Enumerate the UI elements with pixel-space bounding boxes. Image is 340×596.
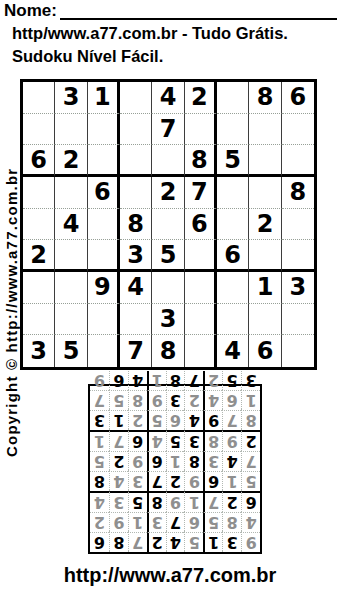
solution-cell: 7 — [147, 471, 166, 491]
sudoku-cell[interactable]: 4 — [217, 335, 249, 367]
solution-cell: 1 — [109, 410, 128, 430]
sudoku-cell[interactable]: 4 — [120, 272, 152, 304]
sudoku-cell[interactable] — [185, 114, 217, 146]
solution-cell: 8 — [109, 532, 128, 552]
solution-cell: 5 — [184, 532, 203, 552]
header: Nome: http/www.a77.com.br - Tudo Grátis.… — [4, 1, 337, 66]
sudoku-cell[interactable] — [88, 114, 120, 146]
solution-cell: 9 — [109, 512, 128, 532]
solution-cell: 5 — [222, 371, 241, 390]
sudoku-cell[interactable] — [55, 114, 87, 146]
sudoku-cell[interactable] — [88, 335, 120, 367]
solution-cell: 1 — [203, 532, 222, 552]
solution-cell: 6 — [166, 410, 185, 430]
sudoku-cell[interactable] — [152, 145, 184, 177]
sudoku-cell[interactable] — [282, 114, 314, 146]
sudoku-cell[interactable]: 1 — [249, 272, 281, 304]
sudoku-cell[interactable]: 8 — [120, 209, 152, 241]
solution-cell: 9 — [222, 430, 241, 451]
sudoku-cell[interactable] — [249, 240, 281, 272]
sudoku-cell[interactable]: 6 — [23, 145, 55, 177]
sudoku-cell[interactable]: 2 — [152, 177, 184, 209]
sudoku-cell[interactable] — [185, 304, 217, 336]
solution-cell: 9 — [184, 471, 203, 491]
sudoku-cell[interactable]: 6 — [282, 82, 314, 114]
sudoku-cell[interactable]: 8 — [249, 82, 281, 114]
sudoku-cell[interactable] — [217, 177, 249, 209]
solution-cell: 6 — [147, 451, 166, 471]
sudoku-cell[interactable] — [23, 114, 55, 146]
sudoku-cell[interactable]: 6 — [88, 177, 120, 209]
sudoku-cell[interactable] — [120, 82, 152, 114]
sudoku-cell[interactable]: 7 — [120, 335, 152, 367]
solution-cell: 4 — [184, 410, 203, 430]
sudoku-cell[interactable] — [249, 145, 281, 177]
sudoku-cell[interactable] — [88, 145, 120, 177]
solution-grid-rotated: 9315427864856731926271985345169273487438… — [88, 384, 262, 554]
sudoku-cell[interactable] — [120, 177, 152, 209]
solution-cell: 9 — [128, 451, 147, 471]
sudoku-cell[interactable]: 3 — [55, 82, 87, 114]
solution-cell: 2 — [241, 430, 260, 451]
sudoku-cell[interactable] — [23, 304, 55, 336]
solution-cell: 7 — [109, 430, 128, 451]
sudoku-cell[interactable] — [217, 272, 249, 304]
solution-cell: 9 — [147, 390, 166, 410]
sudoku-cell[interactable]: 2 — [55, 145, 87, 177]
solution-cell: 3 — [90, 410, 109, 430]
solution-cell: 5 — [203, 512, 222, 532]
sudoku-cell[interactable]: 3 — [152, 304, 184, 336]
sudoku-cell[interactable] — [23, 177, 55, 209]
sudoku-cell[interactable] — [88, 304, 120, 336]
solution-cell: 6 — [128, 430, 147, 451]
solution-cell: 1 — [128, 512, 147, 532]
solution-cell: 7 — [241, 451, 260, 471]
sudoku-cell[interactable] — [217, 114, 249, 146]
sudoku-cell[interactable]: 3 — [282, 272, 314, 304]
solution-cell: 6 — [90, 532, 109, 552]
solution-cell: 2 — [90, 512, 109, 532]
solution-cell: 7 — [128, 532, 147, 552]
solution-cell: 7 — [166, 512, 185, 532]
sudoku-cell[interactable] — [249, 177, 281, 209]
sudoku-cell[interactable] — [120, 304, 152, 336]
solution-cell: 4 — [109, 471, 128, 491]
solution-cell: 3 — [128, 471, 147, 491]
sudoku-cell[interactable]: 4 — [152, 82, 184, 114]
sudoku-cell[interactable] — [152, 272, 184, 304]
solution-cell: 4 — [203, 390, 222, 410]
solution-cell: 8 — [222, 512, 241, 532]
solution-cell: 7 — [222, 410, 241, 430]
solution-cell: 4 — [166, 532, 185, 552]
solution-cell: 8 — [147, 491, 166, 512]
sudoku-cell[interactable] — [88, 240, 120, 272]
solution-cell: 4 — [147, 430, 166, 451]
sudoku-cell[interactable] — [217, 304, 249, 336]
sudoku-cell[interactable] — [282, 209, 314, 241]
solution-cell: 3 — [222, 532, 241, 552]
sudoku-cell[interactable]: 7 — [185, 177, 217, 209]
solution-cell: 1 — [166, 451, 185, 471]
solution-cell: 6 — [222, 390, 241, 410]
solution-cell: 3 — [203, 451, 222, 471]
name-label: Nome: — [4, 1, 57, 20]
sudoku-cell[interactable] — [249, 304, 281, 336]
solution-cell: 9 — [90, 371, 109, 390]
sudoku-cell[interactable]: 6 — [217, 240, 249, 272]
sudoku-cell[interactable] — [282, 145, 314, 177]
solution-cell: 9 — [241, 532, 260, 552]
sudoku-cell[interactable] — [282, 304, 314, 336]
solution-cell: 1 — [241, 390, 260, 410]
sudoku-cell[interactable] — [55, 272, 87, 304]
sudoku-cell[interactable] — [88, 209, 120, 241]
solution-cell: 3 — [241, 371, 260, 390]
sudoku-cell[interactable]: 4 — [55, 209, 87, 241]
solution-cell: 5 — [128, 491, 147, 512]
solution-cell: 2 — [184, 390, 203, 410]
sudoku-cell[interactable]: 8 — [185, 145, 217, 177]
sudoku-cell[interactable] — [282, 240, 314, 272]
solution-cell: 3 — [184, 430, 203, 451]
solution-cell: 8 — [166, 371, 185, 390]
solution-cell: 5 — [90, 451, 109, 471]
solution-cell: 5 — [147, 410, 166, 430]
printable-sudoku-page: Nome: http/www.a77.com.br - Tudo Grátis.… — [0, 0, 340, 596]
sudoku-cell[interactable] — [249, 114, 281, 146]
solution-cell: 8 — [184, 451, 203, 471]
solution-cell: 2 — [147, 532, 166, 552]
solution-cell: 3 — [109, 491, 128, 512]
sudoku-cell[interactable] — [120, 145, 152, 177]
sudoku-cell[interactable] — [152, 209, 184, 241]
solution-cell: 2 — [128, 410, 147, 430]
solution-cell: 4 — [128, 371, 147, 390]
name-row: Nome: — [4, 1, 337, 20]
solution-cell: 5 — [109, 390, 128, 410]
solution-cell: 3 — [147, 512, 166, 532]
solution-cell: 6 — [184, 512, 203, 532]
sudoku-cell[interactable]: 2 — [23, 240, 55, 272]
copyright-vertical-text: Copyright © http://www.a77.com.br — [3, 168, 20, 457]
sudoku-cell[interactable] — [185, 240, 217, 272]
difficulty-title: Sudoku Nível Fácil. — [12, 47, 337, 66]
sudoku-cell[interactable] — [120, 114, 152, 146]
solution-cell: 3 — [166, 390, 185, 410]
solution-cell: 1 — [90, 430, 109, 451]
solution-cell: 9 — [166, 491, 185, 512]
solution-cell: 7 — [90, 390, 109, 410]
solution-cell: 4 — [222, 451, 241, 471]
solution-cell: 8 — [241, 410, 260, 430]
sudoku-cell[interactable]: 6 — [249, 335, 281, 367]
sudoku-cell[interactable]: 5 — [152, 240, 184, 272]
solution-cell: 6 — [109, 371, 128, 390]
sudoku-cell[interactable]: 5 — [217, 145, 249, 177]
solution-cell: 6 — [241, 491, 260, 512]
solution-cell: 9 — [203, 410, 222, 430]
solution-cell: 5 — [241, 471, 260, 491]
sudoku-cell[interactable] — [55, 240, 87, 272]
sudoku-cell[interactable] — [185, 272, 217, 304]
solution-cell: 1 — [184, 491, 203, 512]
solution-cell: 4 — [241, 512, 260, 532]
sudoku-cell[interactable] — [282, 335, 314, 367]
solution-cell: 8 — [203, 430, 222, 451]
sudoku-cell[interactable]: 1 — [88, 82, 120, 114]
sudoku-cell[interactable] — [217, 82, 249, 114]
sudoku-cell[interactable]: 6 — [185, 209, 217, 241]
solution-cell: 6 — [203, 471, 222, 491]
sudoku-cell[interactable] — [23, 272, 55, 304]
footer-url: http://www.a77.com.br — [0, 564, 340, 587]
solution-cell: 2 — [166, 471, 185, 491]
sudoku-cell[interactable]: 2 — [249, 209, 281, 241]
sudoku-cell[interactable]: 5 — [55, 335, 87, 367]
sudoku-cell[interactable]: 3 — [23, 335, 55, 367]
sudoku-cell[interactable]: 8 — [152, 335, 184, 367]
solution-cell: 8 — [90, 471, 109, 491]
solution-cell: 7 — [203, 491, 222, 512]
sudoku-cell[interactable] — [185, 335, 217, 367]
sudoku-grid: 3142867628562784862235694133357846 — [20, 79, 317, 370]
sudoku-cell[interactable]: 8 — [282, 177, 314, 209]
solution-cell: 7 — [184, 371, 203, 390]
solution-cell: 2 — [222, 491, 241, 512]
site-tagline: http/www.a77.com.br - Tudo Grátis. — [12, 24, 337, 43]
sudoku-cell[interactable]: 9 — [88, 272, 120, 304]
solution-cell: 2 — [109, 451, 128, 471]
sudoku-cell[interactable] — [217, 209, 249, 241]
solution-cell: 4 — [90, 491, 109, 512]
sudoku-cell[interactable] — [55, 304, 87, 336]
sudoku-cell[interactable] — [55, 177, 87, 209]
sudoku-cell[interactable]: 7 — [152, 114, 184, 146]
sudoku-cell[interactable]: 2 — [185, 82, 217, 114]
solution-cell: 1 — [147, 371, 166, 390]
solution-cell: 5 — [166, 430, 185, 451]
solution-cell: 8 — [128, 390, 147, 410]
solution-cell: 1 — [222, 471, 241, 491]
sudoku-cell[interactable] — [23, 82, 55, 114]
name-underline — [60, 2, 337, 20]
sudoku-cell[interactable]: 3 — [120, 240, 152, 272]
solution-cell: 2 — [203, 371, 222, 390]
sudoku-cell[interactable] — [23, 209, 55, 241]
